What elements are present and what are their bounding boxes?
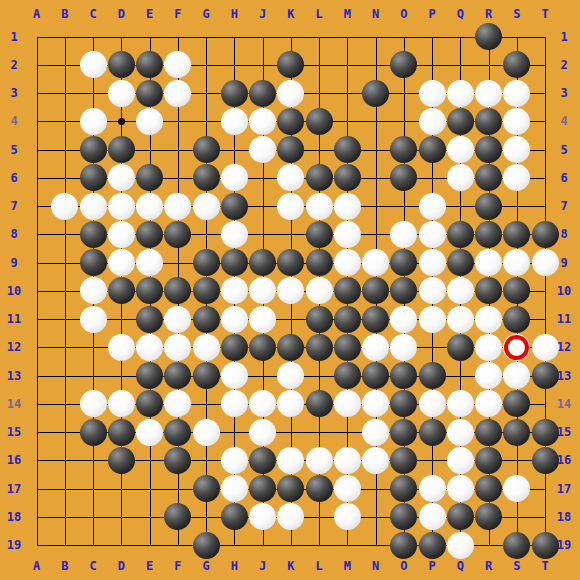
white-stone [277, 164, 304, 191]
white-stone [221, 221, 248, 248]
white-stone [419, 390, 446, 417]
black-stone [390, 532, 417, 559]
white-stone [362, 390, 389, 417]
white-stone [249, 277, 276, 304]
white-stone [447, 136, 474, 163]
black-stone [362, 306, 389, 333]
white-stone [249, 390, 276, 417]
black-stone [334, 362, 361, 389]
white-stone [419, 80, 446, 107]
column-label: A [24, 558, 50, 574]
white-stone [249, 108, 276, 135]
white-stone [164, 306, 191, 333]
column-label: L [306, 6, 332, 22]
black-stone [164, 221, 191, 248]
go-board[interactable]: ABCDEFGHJKLMNOPQRST ABCDEFGHJKLMNOPQRST … [0, 0, 580, 580]
white-stone [221, 108, 248, 135]
black-stone [80, 419, 107, 446]
white-stone [277, 362, 304, 389]
white-stone [503, 136, 530, 163]
black-stone [136, 362, 163, 389]
column-label: O [391, 558, 417, 574]
white-stone [108, 164, 135, 191]
row-label: 15 [1, 424, 27, 440]
white-stone [334, 390, 361, 417]
white-stone [419, 249, 446, 276]
black-stone [419, 532, 446, 559]
white-stone [447, 164, 474, 191]
row-label: 11 [551, 311, 577, 327]
white-stone [80, 277, 107, 304]
white-stone [503, 108, 530, 135]
row-label: 6 [551, 170, 577, 186]
black-stone [503, 277, 530, 304]
column-label: M [334, 6, 360, 22]
black-stone [80, 249, 107, 276]
white-stone [193, 334, 220, 361]
black-stone [193, 164, 220, 191]
column-label: J [250, 558, 276, 574]
black-stone [193, 362, 220, 389]
white-stone [447, 390, 474, 417]
column-label: K [278, 6, 304, 22]
black-stone [447, 108, 474, 135]
black-stone [475, 221, 502, 248]
white-stone [447, 447, 474, 474]
black-stone [249, 249, 276, 276]
black-stone [108, 447, 135, 474]
white-stone [277, 503, 304, 530]
black-stone [447, 249, 474, 276]
black-stone [475, 503, 502, 530]
white-stone [532, 249, 559, 276]
row-label: 6 [1, 170, 27, 186]
black-stone [475, 475, 502, 502]
black-stone [277, 475, 304, 502]
white-stone [136, 249, 163, 276]
row-label: 10 [1, 283, 27, 299]
white-stone [80, 306, 107, 333]
black-stone [447, 334, 474, 361]
black-stone [503, 532, 530, 559]
white-stone [475, 80, 502, 107]
white-stone [419, 306, 446, 333]
white-stone [334, 249, 361, 276]
black-stone [136, 390, 163, 417]
black-stone [221, 80, 248, 107]
black-stone [306, 164, 333, 191]
row-label: 17 [551, 481, 577, 497]
white-stone [390, 306, 417, 333]
black-stone [447, 503, 474, 530]
white-stone [108, 80, 135, 107]
white-stone [277, 277, 304, 304]
white-stone [108, 390, 135, 417]
black-stone [164, 447, 191, 474]
white-stone [193, 419, 220, 446]
white-stone [503, 80, 530, 107]
black-stone [390, 249, 417, 276]
column-label: D [108, 6, 134, 22]
column-label: H [221, 558, 247, 574]
white-stone [108, 193, 135, 220]
white-stone [277, 447, 304, 474]
column-label: K [278, 558, 304, 574]
black-stone [390, 362, 417, 389]
white-stone [249, 503, 276, 530]
black-stone [390, 136, 417, 163]
black-stone [80, 136, 107, 163]
black-stone [136, 277, 163, 304]
white-stone [136, 334, 163, 361]
white-stone [136, 419, 163, 446]
black-stone [390, 51, 417, 78]
black-stone [136, 164, 163, 191]
white-stone [532, 334, 559, 361]
white-stone [80, 193, 107, 220]
white-stone [80, 51, 107, 78]
black-stone [136, 51, 163, 78]
column-label: B [52, 558, 78, 574]
black-stone [362, 277, 389, 304]
black-stone [80, 221, 107, 248]
black-stone [475, 23, 502, 50]
black-stone [108, 277, 135, 304]
column-label: L [306, 558, 332, 574]
black-stone [362, 362, 389, 389]
column-label: Q [447, 558, 473, 574]
black-stone [306, 108, 333, 135]
white-stone [277, 193, 304, 220]
white-stone [334, 503, 361, 530]
black-stone [164, 419, 191, 446]
black-stone [532, 419, 559, 446]
row-label: 3 [1, 85, 27, 101]
row-label: 8 [1, 226, 27, 242]
white-stone [80, 390, 107, 417]
white-stone [164, 80, 191, 107]
black-stone [475, 419, 502, 446]
column-label: N [363, 6, 389, 22]
black-stone [221, 249, 248, 276]
row-label: 2 [551, 57, 577, 73]
white-stone [419, 277, 446, 304]
column-label: S [504, 6, 530, 22]
row-label: 14 [1, 396, 27, 412]
black-stone [136, 80, 163, 107]
last-move-marker [504, 335, 529, 360]
white-stone [447, 80, 474, 107]
black-stone [193, 136, 220, 163]
black-stone [532, 221, 559, 248]
white-stone [362, 447, 389, 474]
row-label: 3 [551, 85, 577, 101]
white-stone [419, 108, 446, 135]
white-stone [419, 503, 446, 530]
black-stone [503, 306, 530, 333]
column-label: R [476, 6, 502, 22]
column-label: T [532, 558, 558, 574]
black-stone [475, 447, 502, 474]
black-stone [390, 164, 417, 191]
black-stone [334, 306, 361, 333]
black-stone [277, 51, 304, 78]
row-label: 18 [1, 509, 27, 525]
black-stone [193, 249, 220, 276]
white-stone [249, 136, 276, 163]
white-stone [277, 80, 304, 107]
row-label: 4 [1, 113, 27, 129]
white-stone [447, 475, 474, 502]
black-stone [334, 136, 361, 163]
row-label: 5 [551, 142, 577, 158]
black-stone [475, 277, 502, 304]
white-stone [362, 249, 389, 276]
black-stone [390, 390, 417, 417]
column-label: S [504, 558, 530, 574]
black-stone [334, 277, 361, 304]
row-label: 1 [551, 29, 577, 45]
white-stone [306, 447, 333, 474]
row-label: 18 [551, 509, 577, 525]
white-stone [334, 221, 361, 248]
black-stone [390, 503, 417, 530]
black-stone [193, 306, 220, 333]
white-stone [306, 277, 333, 304]
white-stone [362, 334, 389, 361]
white-stone [108, 221, 135, 248]
black-stone [277, 334, 304, 361]
black-stone [249, 475, 276, 502]
white-stone [221, 362, 248, 389]
white-stone [475, 334, 502, 361]
black-stone [193, 475, 220, 502]
black-stone [108, 51, 135, 78]
white-stone [249, 419, 276, 446]
column-label: F [165, 6, 191, 22]
black-stone [164, 277, 191, 304]
black-stone [362, 80, 389, 107]
column-label: A [24, 6, 50, 22]
black-stone [334, 164, 361, 191]
column-label: Q [447, 6, 473, 22]
black-stone [108, 419, 135, 446]
column-label: T [532, 6, 558, 22]
row-label: 5 [1, 142, 27, 158]
white-stone [503, 475, 530, 502]
white-stone [503, 362, 530, 389]
white-stone [221, 164, 248, 191]
white-stone [164, 193, 191, 220]
column-label: N [363, 558, 389, 574]
white-stone [503, 164, 530, 191]
white-stone [221, 306, 248, 333]
row-label: 7 [551, 198, 577, 214]
white-stone [221, 277, 248, 304]
black-stone [249, 447, 276, 474]
black-stone [306, 306, 333, 333]
white-stone [447, 419, 474, 446]
column-label: C [80, 558, 106, 574]
white-stone [475, 390, 502, 417]
black-stone [108, 136, 135, 163]
column-label: P [419, 6, 445, 22]
row-label: 13 [1, 368, 27, 384]
black-stone [419, 136, 446, 163]
white-stone [306, 193, 333, 220]
row-label: 11 [1, 311, 27, 327]
white-stone [362, 419, 389, 446]
black-stone [277, 249, 304, 276]
black-stone [419, 362, 446, 389]
black-stone [532, 532, 559, 559]
white-stone [475, 249, 502, 276]
white-stone [447, 532, 474, 559]
black-stone [475, 108, 502, 135]
column-label: P [419, 558, 445, 574]
column-label: C [80, 6, 106, 22]
row-label: 1 [1, 29, 27, 45]
black-stone [503, 390, 530, 417]
white-stone [221, 390, 248, 417]
white-stone [419, 221, 446, 248]
black-stone [306, 334, 333, 361]
column-label: R [476, 558, 502, 574]
white-stone [390, 221, 417, 248]
black-stone [277, 136, 304, 163]
white-stone [447, 306, 474, 333]
row-label: 14 [551, 396, 577, 412]
black-stone [419, 419, 446, 446]
row-label: 7 [1, 198, 27, 214]
white-stone [277, 390, 304, 417]
white-stone [164, 334, 191, 361]
white-stone [164, 51, 191, 78]
white-stone [136, 193, 163, 220]
column-label: F [165, 558, 191, 574]
black-stone [136, 306, 163, 333]
white-stone [419, 475, 446, 502]
row-label: 4 [551, 113, 577, 129]
white-stone [334, 193, 361, 220]
white-stone [193, 193, 220, 220]
black-stone [306, 390, 333, 417]
row-label: 2 [1, 57, 27, 73]
black-stone [503, 51, 530, 78]
row-label: 17 [1, 481, 27, 497]
column-label: H [221, 6, 247, 22]
black-stone [306, 475, 333, 502]
black-stone [221, 334, 248, 361]
black-stone [475, 193, 502, 220]
black-stone [136, 221, 163, 248]
white-stone [164, 390, 191, 417]
white-stone [390, 334, 417, 361]
column-label: B [52, 6, 78, 22]
white-stone [419, 193, 446, 220]
black-stone [80, 164, 107, 191]
white-stone [475, 362, 502, 389]
black-stone [249, 334, 276, 361]
black-stone [249, 80, 276, 107]
black-stone [475, 164, 502, 191]
column-label: M [334, 558, 360, 574]
white-stone [221, 447, 248, 474]
black-stone [306, 249, 333, 276]
row-label: 12 [1, 339, 27, 355]
white-stone [136, 108, 163, 135]
column-label: J [250, 6, 276, 22]
black-stone [475, 136, 502, 163]
white-stone [249, 306, 276, 333]
row-label: 9 [1, 255, 27, 271]
row-label: 16 [1, 452, 27, 468]
white-stone [51, 193, 78, 220]
black-stone [503, 221, 530, 248]
black-stone [447, 221, 474, 248]
white-stone [221, 475, 248, 502]
row-label: 19 [1, 537, 27, 553]
black-stone [390, 447, 417, 474]
black-stone [390, 277, 417, 304]
black-stone [277, 108, 304, 135]
white-stone [503, 249, 530, 276]
white-stone [108, 334, 135, 361]
black-stone [221, 503, 248, 530]
black-stone [193, 532, 220, 559]
column-label: O [391, 6, 417, 22]
star-point [118, 118, 125, 125]
white-stone [475, 306, 502, 333]
column-label: D [108, 558, 134, 574]
white-stone [447, 277, 474, 304]
black-stone [306, 221, 333, 248]
column-label: G [193, 6, 219, 22]
black-stone [164, 503, 191, 530]
black-stone [532, 447, 559, 474]
column-label: E [137, 6, 163, 22]
white-stone [334, 475, 361, 502]
black-stone [390, 419, 417, 446]
row-label: 10 [551, 283, 577, 299]
white-stone [80, 108, 107, 135]
black-stone [334, 334, 361, 361]
white-stone [334, 447, 361, 474]
black-stone [503, 419, 530, 446]
black-stone [164, 362, 191, 389]
black-stone [390, 475, 417, 502]
column-label: E [137, 558, 163, 574]
black-stone [221, 193, 248, 220]
white-stone [108, 249, 135, 276]
black-stone [193, 277, 220, 304]
column-label: G [193, 558, 219, 574]
black-stone [532, 362, 559, 389]
